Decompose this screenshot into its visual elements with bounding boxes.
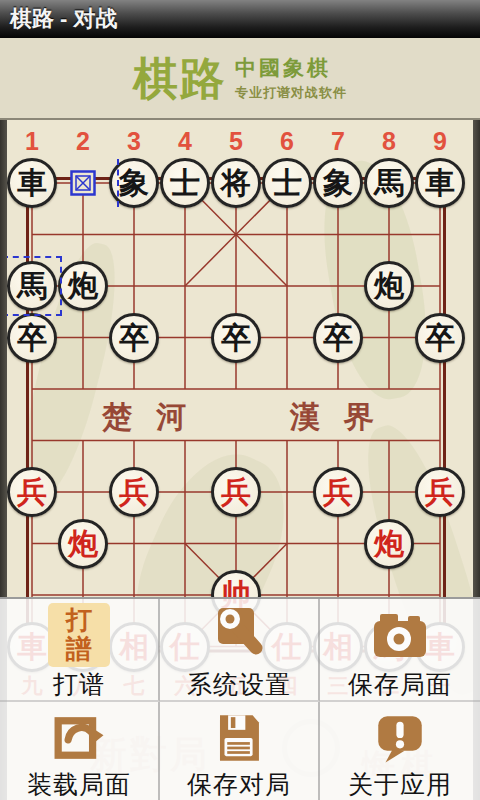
- piece-black-象-f7r1[interactable]: 象: [313, 158, 363, 208]
- touch-cursor-dashed-line: [117, 159, 119, 207]
- floppy-icon: [210, 709, 268, 767]
- piece-black-卒-f1r4[interactable]: 卒: [7, 313, 57, 363]
- piece-black-士-f4r1[interactable]: 士: [160, 158, 210, 208]
- menu-item-label: 保存对局: [187, 768, 291, 800]
- app-screen: 棋路 - 对战 棋路 中國象棋 专业打谱对战软件 楚河 漢界 新對局 悔棋 車象…: [0, 0, 480, 800]
- piece-black-卒-f3r4[interactable]: 卒: [109, 313, 159, 363]
- piece-red-炮-f2r8[interactable]: 炮: [58, 519, 108, 569]
- piece-red-兵-f9r7[interactable]: 兵: [415, 467, 465, 517]
- svg-text:打: 打: [65, 605, 92, 635]
- alert-bubble-icon: [371, 709, 429, 767]
- title-bar: 棋路 - 对战: [0, 0, 480, 38]
- load-arrow-icon: [50, 709, 108, 767]
- last-move-from-marker: [70, 170, 96, 200]
- menu-item-label: 关于应用: [348, 768, 452, 800]
- piece-black-卒-f5r4[interactable]: 卒: [211, 313, 261, 363]
- piece-black-車-f9r1[interactable]: 車: [415, 158, 465, 208]
- file-label-top-1: 1: [19, 127, 45, 156]
- svg-text:譜: 譜: [65, 634, 92, 664]
- menu-item-label: 保存局面: [348, 668, 452, 701]
- file-label-top-8: 8: [376, 127, 402, 156]
- piece-black-卒-f7r4[interactable]: 卒: [313, 313, 363, 363]
- menu-item-notation[interactable]: 打 譜打谱: [0, 599, 160, 702]
- file-label-top-5: 5: [223, 127, 249, 156]
- file-label-top-9: 9: [427, 127, 453, 156]
- file-label-top-7: 7: [325, 127, 351, 156]
- menu-item-settings[interactable]: 系统设置: [160, 599, 320, 702]
- menu-item-save-position[interactable]: 保存局面: [320, 599, 480, 702]
- file-label-top-3: 3: [121, 127, 147, 156]
- piece-red-炮-f8r8[interactable]: 炮: [364, 519, 414, 569]
- piece-red-兵-f7r7[interactable]: 兵: [313, 467, 363, 517]
- piece-black-炮-f8r3[interactable]: 炮: [364, 261, 414, 311]
- wrench-icon: [207, 603, 271, 667]
- piece-red-兵-f5r7[interactable]: 兵: [211, 467, 261, 517]
- camera-icon: [368, 603, 432, 667]
- file-label-top-4: 4: [172, 127, 198, 156]
- logo-subtitle: 中國象棋: [235, 54, 347, 82]
- app-title: 棋路 - 对战: [10, 6, 118, 31]
- file-label-top-2: 2: [70, 127, 96, 156]
- piece-black-車-f1r1[interactable]: 車: [7, 158, 57, 208]
- menu-item-load-position[interactable]: 装载局面: [0, 702, 160, 800]
- piece-red-兵-f3r7[interactable]: 兵: [109, 467, 159, 517]
- file-label-top-6: 6: [274, 127, 300, 156]
- logo-tagline: 专业打谱对战软件: [235, 84, 347, 102]
- piece-red-兵-f1r7[interactable]: 兵: [7, 467, 57, 517]
- menu-item-label: 打谱: [53, 668, 105, 701]
- selected-piece-marker: [2, 256, 62, 316]
- seal-stamp-icon: 打 譜: [47, 603, 111, 667]
- logo-band: 棋路 中國象棋 专业打谱对战软件: [0, 38, 480, 118]
- menu-item-save-game[interactable]: 保存对局: [160, 702, 320, 800]
- piece-black-馬-f8r1[interactable]: 馬: [364, 158, 414, 208]
- piece-black-将-f5r1[interactable]: 将: [211, 158, 261, 208]
- menu-item-label: 装载局面: [27, 768, 131, 800]
- menu-item-label: 系统设置: [187, 668, 291, 701]
- menu-item-about[interactable]: 关于应用: [320, 702, 480, 800]
- piece-black-卒-f9r4[interactable]: 卒: [415, 313, 465, 363]
- piece-black-炮-f2r3[interactable]: 炮: [58, 261, 108, 311]
- bottom-menu-overlay: 打 譜打谱 系统设置 保存局面 装载局面 保存对局 关于应用: [0, 597, 480, 800]
- river-label-right: 漢界: [290, 397, 398, 438]
- river-label-left: 楚河: [102, 397, 210, 438]
- app-logo: 棋路: [133, 56, 227, 101]
- piece-black-士-f6r1[interactable]: 士: [262, 158, 312, 208]
